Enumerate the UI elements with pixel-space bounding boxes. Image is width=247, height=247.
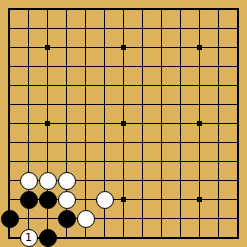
intersection-0-3[interactable] bbox=[0, 57, 19, 76]
intersection-6-6[interactable] bbox=[114, 114, 133, 133]
hoshi-dot bbox=[197, 121, 202, 126]
intersection-12-1[interactable] bbox=[228, 19, 247, 38]
intersection-1-3[interactable] bbox=[19, 57, 38, 76]
intersection-10-6[interactable] bbox=[190, 114, 209, 133]
intersection-6-9[interactable] bbox=[114, 171, 133, 190]
intersection-1-12[interactable]: 1 bbox=[19, 228, 38, 247]
intersection-5-11[interactable] bbox=[95, 209, 114, 228]
intersection-8-4[interactable] bbox=[152, 76, 171, 95]
intersection-12-11[interactable] bbox=[228, 209, 247, 228]
intersection-8-8[interactable] bbox=[152, 152, 171, 171]
intersection-5-1[interactable] bbox=[95, 19, 114, 38]
intersection-6-7[interactable] bbox=[114, 133, 133, 152]
intersection-6-4[interactable] bbox=[114, 76, 133, 95]
intersection-0-1[interactable] bbox=[0, 19, 19, 38]
intersection-1-0[interactable] bbox=[19, 0, 38, 19]
intersection-3-11[interactable] bbox=[57, 209, 76, 228]
intersection-2-6[interactable] bbox=[38, 114, 57, 133]
intersection-7-8[interactable] bbox=[133, 152, 152, 171]
intersection-8-5[interactable] bbox=[152, 95, 171, 114]
intersection-12-2[interactable] bbox=[228, 38, 247, 57]
intersection-2-9[interactable] bbox=[38, 171, 57, 190]
intersection-5-7[interactable] bbox=[95, 133, 114, 152]
intersection-11-1[interactable] bbox=[209, 19, 228, 38]
intersection-9-8[interactable] bbox=[171, 152, 190, 171]
intersection-0-2[interactable] bbox=[0, 38, 19, 57]
hoshi-dot bbox=[197, 45, 202, 50]
intersection-4-1[interactable] bbox=[76, 19, 95, 38]
intersection-2-11[interactable] bbox=[38, 209, 57, 228]
move-number-label: 1 bbox=[25, 232, 32, 243]
intersection-7-6[interactable] bbox=[133, 114, 152, 133]
intersection-6-2[interactable] bbox=[114, 38, 133, 57]
intersection-2-1[interactable] bbox=[38, 19, 57, 38]
intersection-8-1[interactable] bbox=[152, 19, 171, 38]
intersection-3-1[interactable] bbox=[57, 19, 76, 38]
intersection-5-8[interactable] bbox=[95, 152, 114, 171]
intersection-9-11[interactable] bbox=[171, 209, 190, 228]
intersection-8-2[interactable] bbox=[152, 38, 171, 57]
intersection-11-6[interactable] bbox=[209, 114, 228, 133]
intersection-1-6[interactable] bbox=[19, 114, 38, 133]
intersection-2-2[interactable] bbox=[38, 38, 57, 57]
intersection-12-3[interactable] bbox=[228, 57, 247, 76]
white-stone[interactable] bbox=[58, 172, 76, 190]
intersection-0-11[interactable] bbox=[0, 209, 19, 228]
intersection-0-5[interactable] bbox=[0, 95, 19, 114]
white-stone[interactable] bbox=[96, 191, 114, 209]
intersection-11-5[interactable] bbox=[209, 95, 228, 114]
intersection-0-9[interactable] bbox=[0, 171, 19, 190]
intersection-7-3[interactable] bbox=[133, 57, 152, 76]
intersection-8-3[interactable] bbox=[152, 57, 171, 76]
black-stone[interactable] bbox=[20, 191, 38, 209]
intersection-7-11[interactable] bbox=[133, 209, 152, 228]
intersection-2-12[interactable] bbox=[38, 228, 57, 247]
intersection-3-12[interactable] bbox=[57, 228, 76, 247]
intersection-10-3[interactable] bbox=[190, 57, 209, 76]
intersection-11-12[interactable] bbox=[209, 228, 228, 247]
intersection-5-3[interactable] bbox=[95, 57, 114, 76]
hoshi-dot bbox=[121, 121, 126, 126]
intersection-1-5[interactable] bbox=[19, 95, 38, 114]
intersection-9-12[interactable] bbox=[171, 228, 190, 247]
intersection-8-0[interactable] bbox=[152, 0, 171, 19]
intersection-3-6[interactable] bbox=[57, 114, 76, 133]
intersection-11-9[interactable] bbox=[209, 171, 228, 190]
intersection-1-11[interactable] bbox=[19, 209, 38, 228]
intersection-1-4[interactable] bbox=[19, 76, 38, 95]
hoshi-dot bbox=[45, 45, 50, 50]
intersection-3-10[interactable] bbox=[57, 190, 76, 209]
intersection-10-5[interactable] bbox=[190, 95, 209, 114]
intersection-0-0[interactable] bbox=[0, 0, 19, 19]
black-stone[interactable] bbox=[39, 191, 57, 209]
intersection-2-4[interactable] bbox=[38, 76, 57, 95]
intersection-11-11[interactable] bbox=[209, 209, 228, 228]
intersection-4-9[interactable] bbox=[76, 171, 95, 190]
intersection-4-0[interactable] bbox=[76, 0, 95, 19]
intersection-5-6[interactable] bbox=[95, 114, 114, 133]
intersection-6-0[interactable] bbox=[114, 0, 133, 19]
intersection-4-10[interactable] bbox=[76, 190, 95, 209]
intersection-6-8[interactable] bbox=[114, 152, 133, 171]
intersection-6-5[interactable] bbox=[114, 95, 133, 114]
intersection-9-5[interactable] bbox=[171, 95, 190, 114]
intersection-4-2[interactable] bbox=[76, 38, 95, 57]
intersection-9-10[interactable] bbox=[171, 190, 190, 209]
intersection-5-12[interactable] bbox=[95, 228, 114, 247]
intersection-9-4[interactable] bbox=[171, 76, 190, 95]
intersection-10-1[interactable] bbox=[190, 19, 209, 38]
intersection-0-12[interactable] bbox=[0, 228, 19, 247]
intersection-7-0[interactable] bbox=[133, 0, 152, 19]
intersection-11-4[interactable] bbox=[209, 76, 228, 95]
intersection-6-11[interactable] bbox=[114, 209, 133, 228]
intersection-11-3[interactable] bbox=[209, 57, 228, 76]
intersection-10-8[interactable] bbox=[190, 152, 209, 171]
intersection-1-2[interactable] bbox=[19, 38, 38, 57]
intersection-11-7[interactable] bbox=[209, 133, 228, 152]
intersection-0-7[interactable] bbox=[0, 133, 19, 152]
intersection-4-12[interactable] bbox=[76, 228, 95, 247]
intersection-5-5[interactable] bbox=[95, 95, 114, 114]
intersection-12-4[interactable] bbox=[228, 76, 247, 95]
intersection-2-5[interactable] bbox=[38, 95, 57, 114]
intersection-8-11[interactable] bbox=[152, 209, 171, 228]
intersection-12-5[interactable] bbox=[228, 95, 247, 114]
intersection-6-1[interactable] bbox=[114, 19, 133, 38]
intersection-8-10[interactable] bbox=[152, 190, 171, 209]
intersection-7-4[interactable] bbox=[133, 76, 152, 95]
intersection-11-8[interactable] bbox=[209, 152, 228, 171]
intersection-9-9[interactable] bbox=[171, 171, 190, 190]
intersection-1-9[interactable] bbox=[19, 171, 38, 190]
intersection-12-12[interactable] bbox=[228, 228, 247, 247]
intersection-7-12[interactable] bbox=[133, 228, 152, 247]
intersection-5-10[interactable] bbox=[95, 190, 114, 209]
white-stone[interactable] bbox=[58, 191, 76, 209]
intersection-4-3[interactable] bbox=[76, 57, 95, 76]
intersection-11-2[interactable] bbox=[209, 38, 228, 57]
intersection-9-6[interactable] bbox=[171, 114, 190, 133]
white-stone[interactable] bbox=[39, 172, 57, 190]
intersection-7-10[interactable] bbox=[133, 190, 152, 209]
board-grid: 1 bbox=[0, 0, 247, 247]
intersection-10-4[interactable] bbox=[190, 76, 209, 95]
intersection-4-11[interactable] bbox=[76, 209, 95, 228]
intersection-8-7[interactable] bbox=[152, 133, 171, 152]
intersection-1-8[interactable] bbox=[19, 152, 38, 171]
intersection-5-0[interactable] bbox=[95, 0, 114, 19]
white-stone[interactable] bbox=[20, 172, 38, 190]
intersection-7-7[interactable] bbox=[133, 133, 152, 152]
intersection-6-10[interactable] bbox=[114, 190, 133, 209]
intersection-2-0[interactable] bbox=[38, 0, 57, 19]
intersection-10-7[interactable] bbox=[190, 133, 209, 152]
black-stone[interactable] bbox=[1, 210, 19, 228]
intersection-4-7[interactable] bbox=[76, 133, 95, 152]
intersection-8-6[interactable] bbox=[152, 114, 171, 133]
white-stone[interactable] bbox=[77, 210, 95, 228]
intersection-2-10[interactable] bbox=[38, 190, 57, 209]
hoshi-dot bbox=[197, 197, 202, 202]
intersection-6-3[interactable] bbox=[114, 57, 133, 76]
intersection-3-7[interactable] bbox=[57, 133, 76, 152]
black-stone[interactable] bbox=[39, 229, 57, 247]
intersection-0-10[interactable] bbox=[0, 190, 19, 209]
intersection-2-8[interactable] bbox=[38, 152, 57, 171]
intersection-5-9[interactable] bbox=[95, 171, 114, 190]
intersection-9-2[interactable] bbox=[171, 38, 190, 57]
white-stone[interactable]: 1 bbox=[20, 229, 38, 247]
intersection-1-7[interactable] bbox=[19, 133, 38, 152]
intersection-3-0[interactable] bbox=[57, 0, 76, 19]
intersection-5-4[interactable] bbox=[95, 76, 114, 95]
intersection-2-3[interactable] bbox=[38, 57, 57, 76]
intersection-10-0[interactable] bbox=[190, 0, 209, 19]
intersection-10-2[interactable] bbox=[190, 38, 209, 57]
intersection-5-2[interactable] bbox=[95, 38, 114, 57]
intersection-3-9[interactable] bbox=[57, 171, 76, 190]
intersection-9-7[interactable] bbox=[171, 133, 190, 152]
intersection-11-0[interactable] bbox=[209, 0, 228, 19]
intersection-12-6[interactable] bbox=[228, 114, 247, 133]
intersection-3-4[interactable] bbox=[57, 76, 76, 95]
intersection-10-12[interactable] bbox=[190, 228, 209, 247]
intersection-3-3[interactable] bbox=[57, 57, 76, 76]
intersection-8-12[interactable] bbox=[152, 228, 171, 247]
intersection-10-11[interactable] bbox=[190, 209, 209, 228]
intersection-7-2[interactable] bbox=[133, 38, 152, 57]
intersection-0-8[interactable] bbox=[0, 152, 19, 171]
intersection-4-8[interactable] bbox=[76, 152, 95, 171]
intersection-12-10[interactable] bbox=[228, 190, 247, 209]
intersection-4-5[interactable] bbox=[76, 95, 95, 114]
intersection-10-10[interactable] bbox=[190, 190, 209, 209]
intersection-4-4[interactable] bbox=[76, 76, 95, 95]
intersection-12-8[interactable] bbox=[228, 152, 247, 171]
hoshi-dot bbox=[45, 121, 50, 126]
intersection-3-5[interactable] bbox=[57, 95, 76, 114]
intersection-11-10[interactable] bbox=[209, 190, 228, 209]
hoshi-dot bbox=[121, 197, 126, 202]
intersection-3-2[interactable] bbox=[57, 38, 76, 57]
intersection-4-6[interactable] bbox=[76, 114, 95, 133]
intersection-7-5[interactable] bbox=[133, 95, 152, 114]
hoshi-dot bbox=[121, 45, 126, 50]
intersection-2-7[interactable] bbox=[38, 133, 57, 152]
intersection-8-9[interactable] bbox=[152, 171, 171, 190]
intersection-1-10[interactable] bbox=[19, 190, 38, 209]
intersection-7-9[interactable] bbox=[133, 171, 152, 190]
intersection-1-1[interactable] bbox=[19, 19, 38, 38]
intersection-9-3[interactable] bbox=[171, 57, 190, 76]
intersection-9-0[interactable] bbox=[171, 0, 190, 19]
intersection-12-9[interactable] bbox=[228, 171, 247, 190]
intersection-0-4[interactable] bbox=[0, 76, 19, 95]
intersection-0-6[interactable] bbox=[0, 114, 19, 133]
intersection-12-0[interactable] bbox=[228, 0, 247, 19]
intersection-6-12[interactable] bbox=[114, 228, 133, 247]
intersection-7-1[interactable] bbox=[133, 19, 152, 38]
go-board: 1 bbox=[0, 0, 247, 247]
intersection-9-1[interactable] bbox=[171, 19, 190, 38]
intersection-3-8[interactable] bbox=[57, 152, 76, 171]
intersection-12-7[interactable] bbox=[228, 133, 247, 152]
intersection-10-9[interactable] bbox=[190, 171, 209, 190]
black-stone[interactable] bbox=[58, 210, 76, 228]
